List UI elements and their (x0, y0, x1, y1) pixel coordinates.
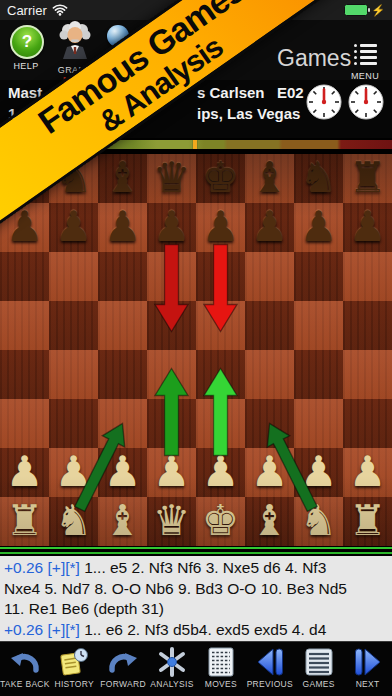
analysis-line: Nxe4 5. Nd7 8. O-O Nb6 9. Bd3 O-O 10. Be… (4, 579, 388, 600)
menu-button[interactable]: MENU (343, 44, 387, 81)
piece-black-bishop: ♝ (245, 154, 294, 203)
square-c6[interactable] (98, 252, 147, 301)
square-b6[interactable] (49, 252, 98, 301)
take-back-button[interactable]: TAKE BACK (0, 642, 50, 696)
piece-black-pawn: ♟ (196, 203, 245, 252)
moves-grid-icon (208, 646, 234, 678)
square-g8[interactable]: ♞ (294, 154, 343, 203)
wifi-icon (52, 4, 68, 16)
piece-white-knight: ♞ (49, 497, 98, 546)
square-b7[interactable]: ♟ (49, 203, 98, 252)
square-h1[interactable]: ♜ (343, 497, 392, 546)
analysis-line: 11. Re1 Be6 (depth 31) (4, 599, 388, 620)
square-e4[interactable] (196, 350, 245, 399)
square-e2[interactable]: ♟ (196, 448, 245, 497)
games-button[interactable]: GAMES (294, 642, 343, 696)
square-e5[interactable] (196, 301, 245, 350)
piece-black-bishop: ♝ (98, 154, 147, 203)
bottom-toolbar: TAKE BACK HISTORY (0, 641, 392, 696)
piece-black-king: ♚ (196, 154, 245, 203)
square-g1[interactable]: ♞ (294, 497, 343, 546)
piece-black-queen: ♛ (147, 154, 196, 203)
square-g7[interactable]: ♟ (294, 203, 343, 252)
piece-black-pawn: ♟ (294, 203, 343, 252)
event-name-fragment: ips, Las Vegas (197, 105, 300, 122)
piece-white-pawn: ♟ (49, 448, 98, 497)
piece-white-pawn: ♟ (245, 448, 294, 497)
square-h6[interactable] (343, 252, 392, 301)
analysis-line: +0.26 [+][*] 1... e5 2. Nf3 Nf6 3. Nxe5 … (4, 558, 388, 579)
square-c1[interactable]: ♝ (98, 497, 147, 546)
piece-white-bishop: ♝ (245, 497, 294, 546)
menu-list-icon (354, 44, 377, 68)
square-h8[interactable]: ♜ (343, 154, 392, 203)
square-c4[interactable] (98, 350, 147, 399)
piece-white-rook: ♜ (343, 497, 392, 546)
board-divider (0, 546, 392, 556)
square-f6[interactable] (245, 252, 294, 301)
square-h7[interactable]: ♟ (343, 203, 392, 252)
square-d7[interactable]: ♟ (147, 203, 196, 252)
square-a5[interactable] (0, 301, 49, 350)
square-e8[interactable]: ♚ (196, 154, 245, 203)
piece-white-queen: ♛ (147, 497, 196, 546)
square-f8[interactable]: ♝ (245, 154, 294, 203)
previous-button[interactable]: PREVIOUS (245, 642, 294, 696)
white-clock-icon (306, 84, 342, 120)
square-h5[interactable] (343, 301, 392, 350)
piece-white-pawn: ♟ (0, 448, 49, 497)
analysis-line: +0.26 [+][*] 1.. e6 2. Nf3 d5b4. exd5 ex… (4, 620, 388, 641)
piece-white-bishop: ♝ (98, 497, 147, 546)
square-e1[interactable]: ♚ (196, 497, 245, 546)
square-c7[interactable]: ♟ (98, 203, 147, 252)
square-g4[interactable] (294, 350, 343, 399)
square-g5[interactable] (294, 301, 343, 350)
games-list-icon (305, 646, 333, 678)
eval-score-link[interactable]: +0.26 [+][*] (4, 559, 80, 576)
square-c3[interactable] (98, 399, 147, 448)
piece-white-king: ♚ (196, 497, 245, 546)
square-f2[interactable]: ♟ (245, 448, 294, 497)
piece-white-pawn: ♟ (98, 448, 147, 497)
undo-arrow-icon (10, 646, 40, 678)
piece-white-rook: ♜ (0, 497, 49, 546)
square-d6[interactable] (147, 252, 196, 301)
carrier-label: Carrier (7, 3, 47, 18)
history-button[interactable]: HISTORY (50, 642, 99, 696)
square-b3[interactable] (49, 399, 98, 448)
battery-icon (344, 4, 368, 16)
notepad-clock-icon (59, 646, 89, 678)
square-c8[interactable]: ♝ (98, 154, 147, 203)
square-d5[interactable] (147, 301, 196, 350)
grandmaster-avatar (57, 21, 93, 59)
square-a6[interactable] (0, 252, 49, 301)
piece-black-knight: ♞ (294, 154, 343, 203)
square-d8[interactable]: ♛ (147, 154, 196, 203)
next-button[interactable]: NEXT (343, 642, 392, 696)
square-b2[interactable]: ♟ (49, 448, 98, 497)
chess-app-screen: Carrier ⚡ ? HELP (0, 0, 392, 696)
evaluation-marker (193, 140, 197, 149)
square-e6[interactable] (196, 252, 245, 301)
square-a3[interactable] (0, 399, 49, 448)
square-d2[interactable]: ♟ (147, 448, 196, 497)
square-b5[interactable] (49, 301, 98, 350)
help-label: HELP (10, 61, 42, 71)
charging-bolt-icon: ⚡ (371, 5, 385, 15)
square-h3[interactable] (343, 399, 392, 448)
square-f1[interactable]: ♝ (245, 497, 294, 546)
square-g2[interactable]: ♟ (294, 448, 343, 497)
forward-button[interactable]: FORWARD (99, 642, 148, 696)
square-e3[interactable] (196, 399, 245, 448)
piece-black-pawn: ♟ (49, 203, 98, 252)
black-clock-icon (348, 84, 384, 120)
square-a1[interactable]: ♜ (0, 497, 49, 546)
chess-board: ♜♞♝♛♚♝♞♜♟♟♟♟♟♟♟♟♟♟♟♟♟♟♟♟♜♞♝♛♚♝♞♜ (0, 154, 392, 546)
help-button[interactable]: ? HELP (10, 25, 42, 71)
help-icon: ? (10, 25, 44, 59)
square-d4[interactable] (147, 350, 196, 399)
square-c2[interactable]: ♟ (98, 448, 147, 497)
square-f7[interactable]: ♟ (245, 203, 294, 252)
square-d3[interactable] (147, 399, 196, 448)
square-h4[interactable] (343, 350, 392, 399)
jack-star-icon (157, 646, 187, 678)
analysis-button[interactable]: ANALYSIS (148, 642, 197, 696)
square-a4[interactable] (0, 350, 49, 399)
piece-white-pawn: ♟ (343, 448, 392, 497)
square-b4[interactable] (49, 350, 98, 399)
square-f3[interactable] (245, 399, 294, 448)
square-c5[interactable] (98, 301, 147, 350)
square-f5[interactable] (245, 301, 294, 350)
square-d1[interactable]: ♛ (147, 497, 196, 546)
piece-white-pawn: ♟ (147, 448, 196, 497)
piece-black-pawn: ♟ (245, 203, 294, 252)
piece-white-pawn: ♟ (294, 448, 343, 497)
square-f4[interactable] (245, 350, 294, 399)
square-g3[interactable] (294, 399, 343, 448)
moves-button[interactable]: MOVES (196, 642, 245, 696)
eco-code: E02 (277, 84, 304, 101)
square-b1[interactable]: ♞ (49, 497, 98, 546)
piece-black-pawn: ♟ (343, 203, 392, 252)
square-a2[interactable]: ♟ (0, 448, 49, 497)
square-e7[interactable]: ♟ (196, 203, 245, 252)
eval-score-link[interactable]: +0.26 [+][*] (4, 621, 80, 638)
skip-back-icon (256, 646, 284, 678)
piece-black-rook: ♜ (343, 154, 392, 203)
redo-arrow-icon (108, 646, 138, 678)
menu-label: MENU (343, 71, 387, 81)
skip-forward-icon (354, 646, 382, 678)
page-title: Games (277, 45, 351, 72)
piece-white-knight: ♞ (294, 497, 343, 546)
piece-white-pawn: ♟ (196, 448, 245, 497)
piece-black-pawn: ♟ (98, 203, 147, 252)
square-h2[interactable]: ♟ (343, 448, 392, 497)
analysis-panel: +0.26 [+][*] 1... e5 2. Nf3 Nf6 3. Nxe5 … (0, 556, 392, 641)
piece-black-pawn: ♟ (147, 203, 196, 252)
black-player-fragment: s Carlsen (197, 84, 265, 101)
square-g6[interactable] (294, 252, 343, 301)
